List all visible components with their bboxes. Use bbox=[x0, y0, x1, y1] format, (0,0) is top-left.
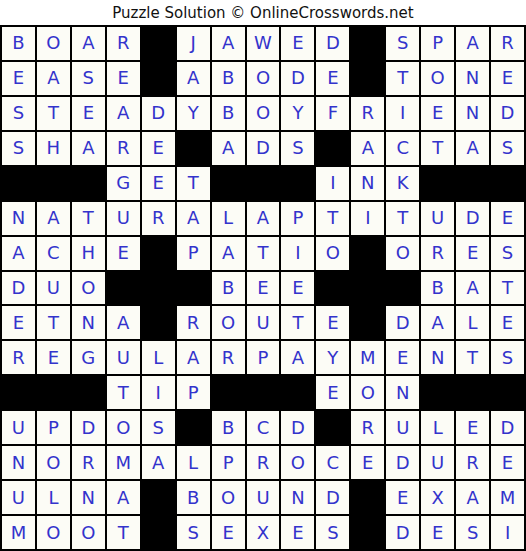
block-cell-r12c10 bbox=[316, 411, 349, 444]
block-cell-r15c11 bbox=[351, 516, 384, 549]
letter-cell-r1c10: D bbox=[316, 27, 349, 60]
letter-cell-r10c8: P bbox=[247, 341, 280, 374]
letter-cell-r6c5: R bbox=[142, 202, 175, 235]
letter-cell-r13c11: E bbox=[351, 446, 384, 479]
letter-cell-r9c1: E bbox=[2, 306, 35, 339]
letter-cell-r2c9: D bbox=[281, 62, 314, 95]
block-cell-r9c11 bbox=[351, 306, 384, 339]
block-cell-r11c2 bbox=[37, 376, 70, 409]
letter-cell-r4c3: A bbox=[72, 132, 105, 165]
block-cell-r7c5 bbox=[142, 237, 175, 270]
letter-cell-r14c8: U bbox=[247, 481, 280, 514]
letter-cell-r1c3: A bbox=[72, 27, 105, 60]
letter-cell-r6c3: T bbox=[72, 202, 105, 235]
letter-cell-r13c7: P bbox=[212, 446, 245, 479]
page-title: Puzzle Solution © OnlineCrosswords.net bbox=[112, 4, 413, 22]
letter-cell-r7c12: O bbox=[386, 237, 419, 270]
letter-cell-r5c12: K bbox=[386, 167, 419, 200]
letter-cell-r3c15: D bbox=[491, 97, 524, 130]
letter-cell-r10c6: A bbox=[177, 341, 210, 374]
letter-cell-r1c8: W bbox=[247, 27, 280, 60]
letter-cell-r15c10: S bbox=[316, 516, 349, 549]
letter-cell-r15c9: E bbox=[281, 516, 314, 549]
letter-cell-r15c4: T bbox=[107, 516, 140, 549]
letter-cell-r3c1: S bbox=[2, 97, 35, 130]
letter-cell-r12c8: C bbox=[247, 411, 280, 444]
letter-cell-r14c6: B bbox=[177, 481, 210, 514]
letter-cell-r6c13: U bbox=[421, 202, 454, 235]
block-cell-r5c2 bbox=[37, 167, 70, 200]
letter-cell-r10c12: E bbox=[386, 341, 419, 374]
letter-cell-r8c9: E bbox=[281, 272, 314, 305]
letter-cell-r10c14: T bbox=[456, 341, 489, 374]
block-cell-r7c11 bbox=[351, 237, 384, 270]
block-cell-r8c5 bbox=[142, 272, 175, 305]
letter-cell-r9c15: E bbox=[491, 306, 524, 339]
letter-cell-r9c2: T bbox=[37, 306, 70, 339]
block-cell-r5c15 bbox=[491, 167, 524, 200]
block-cell-r14c5 bbox=[142, 481, 175, 514]
block-cell-r8c12 bbox=[386, 272, 419, 305]
letter-cell-r1c13: P bbox=[421, 27, 454, 60]
letter-cell-r1c14: A bbox=[456, 27, 489, 60]
block-cell-r11c15 bbox=[491, 376, 524, 409]
letter-cell-r4c5: E bbox=[142, 132, 175, 165]
letter-cell-r6c11: I bbox=[351, 202, 384, 235]
letter-cell-r14c9: N bbox=[281, 481, 314, 514]
letter-cell-r9c3: N bbox=[72, 306, 105, 339]
letter-cell-r13c2: O bbox=[37, 446, 70, 479]
letter-cell-r6c10: T bbox=[316, 202, 349, 235]
letter-cell-r1c4: R bbox=[107, 27, 140, 60]
letter-cell-r14c4: A bbox=[107, 481, 140, 514]
letter-cell-r10c2: E bbox=[37, 341, 70, 374]
letter-cell-r10c1: R bbox=[2, 341, 35, 374]
letter-cell-r2c7: B bbox=[212, 62, 245, 95]
letter-cell-r9c13: A bbox=[421, 306, 454, 339]
letter-cell-r3c5: D bbox=[142, 97, 175, 130]
letter-cell-r1c9: E bbox=[281, 27, 314, 60]
letter-cell-r14c14: A bbox=[456, 481, 489, 514]
block-cell-r8c10 bbox=[316, 272, 349, 305]
letter-cell-r2c8: O bbox=[247, 62, 280, 95]
letter-cell-r15c15: I bbox=[491, 516, 524, 549]
letter-cell-r12c7: B bbox=[212, 411, 245, 444]
letter-cell-r4c4: R bbox=[107, 132, 140, 165]
letter-cell-r13c3: R bbox=[72, 446, 105, 479]
letter-cell-r7c15: S bbox=[491, 237, 524, 270]
letter-cell-r6c6: A bbox=[177, 202, 210, 235]
letter-cell-r4c12: C bbox=[386, 132, 419, 165]
letter-cell-r14c1: U bbox=[2, 481, 35, 514]
letter-cell-r1c15: R bbox=[491, 27, 524, 60]
letter-cell-r2c2: A bbox=[37, 62, 70, 95]
letter-cell-r2c10: E bbox=[316, 62, 349, 95]
letter-cell-r4c13: T bbox=[421, 132, 454, 165]
letter-cell-r10c7: R bbox=[212, 341, 245, 374]
block-cell-r11c8 bbox=[247, 376, 280, 409]
block-cell-r5c3 bbox=[72, 167, 105, 200]
letter-cell-r3c7: B bbox=[212, 97, 245, 130]
letter-cell-r10c3: G bbox=[72, 341, 105, 374]
letter-cell-r7c3: H bbox=[72, 237, 105, 270]
letter-cell-r14c12: E bbox=[386, 481, 419, 514]
letter-cell-r9c7: O bbox=[212, 306, 245, 339]
letter-cell-r2c6: A bbox=[177, 62, 210, 95]
letter-cell-r15c3: O bbox=[72, 516, 105, 549]
letter-cell-r3c13: E bbox=[421, 97, 454, 130]
letter-cell-r1c7: A bbox=[212, 27, 245, 60]
block-cell-r5c8 bbox=[247, 167, 280, 200]
letter-cell-r3c10: F bbox=[316, 97, 349, 130]
crossword-grid: BOARJAWEDSPAREASEABODETONESTEADYBOYFRIEN… bbox=[0, 25, 526, 551]
letter-cell-r13c13: U bbox=[421, 446, 454, 479]
letter-cell-r14c2: L bbox=[37, 481, 70, 514]
letter-cell-r8c15: T bbox=[491, 272, 524, 305]
letter-cell-r14c7: O bbox=[212, 481, 245, 514]
letter-cell-r2c1: E bbox=[2, 62, 35, 95]
letter-cell-r14c15: M bbox=[491, 481, 524, 514]
letter-cell-r15c2: O bbox=[37, 516, 70, 549]
letter-cell-r15c14: S bbox=[456, 516, 489, 549]
letter-cell-r10c5: L bbox=[142, 341, 175, 374]
letter-cell-r15c7: E bbox=[212, 516, 245, 549]
letter-cell-r7c2: C bbox=[37, 237, 70, 270]
letter-cell-r2c4: E bbox=[107, 62, 140, 95]
letter-cell-r12c4: O bbox=[107, 411, 140, 444]
block-cell-r11c9 bbox=[281, 376, 314, 409]
letter-cell-r4c2: H bbox=[37, 132, 70, 165]
letter-cell-r15c1: M bbox=[2, 516, 35, 549]
letter-cell-r1c12: S bbox=[386, 27, 419, 60]
letter-cell-r4c9: S bbox=[281, 132, 314, 165]
letter-cell-r6c12: T bbox=[386, 202, 419, 235]
letter-cell-r13c1: N bbox=[2, 446, 35, 479]
letter-cell-r11c11: O bbox=[351, 376, 384, 409]
letter-cell-r4c8: D bbox=[247, 132, 280, 165]
letter-cell-r9c6: R bbox=[177, 306, 210, 339]
letter-cell-r8c1: D bbox=[2, 272, 35, 305]
letter-cell-r2c15: E bbox=[491, 62, 524, 95]
letter-cell-r14c3: N bbox=[72, 481, 105, 514]
block-cell-r1c5 bbox=[142, 27, 175, 60]
letter-cell-r8c7: B bbox=[212, 272, 245, 305]
letter-cell-r10c13: N bbox=[421, 341, 454, 374]
block-cell-r2c11 bbox=[351, 62, 384, 95]
letter-cell-r15c12: D bbox=[386, 516, 419, 549]
letter-cell-r12c1: U bbox=[2, 411, 35, 444]
letter-cell-r14c13: X bbox=[421, 481, 454, 514]
letter-cell-r14c10: D bbox=[316, 481, 349, 514]
letter-cell-r6c2: A bbox=[37, 202, 70, 235]
letter-cell-r12c11: R bbox=[351, 411, 384, 444]
letter-cell-r7c13: R bbox=[421, 237, 454, 270]
letter-cell-r10c9: A bbox=[281, 341, 314, 374]
letter-cell-r4c15: S bbox=[491, 132, 524, 165]
block-cell-r5c7 bbox=[212, 167, 245, 200]
letter-cell-r4c14: A bbox=[456, 132, 489, 165]
letter-cell-r5c11: N bbox=[351, 167, 384, 200]
letter-cell-r13c5: A bbox=[142, 446, 175, 479]
letter-cell-r8c3: O bbox=[72, 272, 105, 305]
letter-cell-r9c4: A bbox=[107, 306, 140, 339]
letter-cell-r9c14: L bbox=[456, 306, 489, 339]
letter-cell-r13c9: O bbox=[281, 446, 314, 479]
letter-cell-r6c15: E bbox=[491, 202, 524, 235]
letter-cell-r3c14: N bbox=[456, 97, 489, 130]
letter-cell-r11c5: I bbox=[142, 376, 175, 409]
letter-cell-r13c14: R bbox=[456, 446, 489, 479]
letter-cell-r13c15: E bbox=[491, 446, 524, 479]
letter-cell-r12c5: S bbox=[142, 411, 175, 444]
letter-cell-r7c10: O bbox=[316, 237, 349, 270]
puzzle-solution-page: Puzzle Solution © OnlineCrosswords.net B… bbox=[0, 0, 526, 551]
letter-cell-r13c10: C bbox=[316, 446, 349, 479]
letter-cell-r15c6: S bbox=[177, 516, 210, 549]
block-cell-r2c5 bbox=[142, 62, 175, 95]
block-cell-r5c1 bbox=[2, 167, 35, 200]
letter-cell-r11c10: E bbox=[316, 376, 349, 409]
block-cell-r15c5 bbox=[142, 516, 175, 549]
block-cell-r5c13 bbox=[421, 167, 454, 200]
letter-cell-r9c12: D bbox=[386, 306, 419, 339]
block-cell-r11c13 bbox=[421, 376, 454, 409]
letter-cell-r1c2: O bbox=[37, 27, 70, 60]
block-cell-r8c6 bbox=[177, 272, 210, 305]
block-cell-r11c14 bbox=[456, 376, 489, 409]
block-cell-r9c5 bbox=[142, 306, 175, 339]
title-bar: Puzzle Solution © OnlineCrosswords.net bbox=[0, 0, 526, 25]
letter-cell-r2c12: T bbox=[386, 62, 419, 95]
letter-cell-r12c12: U bbox=[386, 411, 419, 444]
letter-cell-r3c2: T bbox=[37, 97, 70, 130]
letter-cell-r7c6: P bbox=[177, 237, 210, 270]
letter-cell-r8c2: U bbox=[37, 272, 70, 305]
letter-cell-r9c8: U bbox=[247, 306, 280, 339]
letter-cell-r5c5: E bbox=[142, 167, 175, 200]
block-cell-r12c6 bbox=[177, 411, 210, 444]
block-cell-r5c14 bbox=[456, 167, 489, 200]
letter-cell-r6c14: D bbox=[456, 202, 489, 235]
block-cell-r5c9 bbox=[281, 167, 314, 200]
letter-cell-r12c9: D bbox=[281, 411, 314, 444]
letter-cell-r2c3: S bbox=[72, 62, 105, 95]
letter-cell-r3c8: O bbox=[247, 97, 280, 130]
letter-cell-r3c4: A bbox=[107, 97, 140, 130]
letter-cell-r6c1: N bbox=[2, 202, 35, 235]
letter-cell-r6c4: U bbox=[107, 202, 140, 235]
letter-cell-r11c6: P bbox=[177, 376, 210, 409]
letter-cell-r5c10: I bbox=[316, 167, 349, 200]
letter-cell-r4c11: A bbox=[351, 132, 384, 165]
letter-cell-r11c12: N bbox=[386, 376, 419, 409]
letter-cell-r10c10: Y bbox=[316, 341, 349, 374]
letter-cell-r5c6: T bbox=[177, 167, 210, 200]
block-cell-r4c6 bbox=[177, 132, 210, 165]
letter-cell-r3c11: R bbox=[351, 97, 384, 130]
letter-cell-r11c4: T bbox=[107, 376, 140, 409]
letter-cell-r6c9: P bbox=[281, 202, 314, 235]
letter-cell-r3c6: Y bbox=[177, 97, 210, 130]
letter-cell-r15c8: X bbox=[247, 516, 280, 549]
letter-cell-r13c12: D bbox=[386, 446, 419, 479]
letter-cell-r2c14: N bbox=[456, 62, 489, 95]
letter-cell-r15c13: E bbox=[421, 516, 454, 549]
letter-cell-r12c2: P bbox=[37, 411, 70, 444]
letter-cell-r10c15: S bbox=[491, 341, 524, 374]
block-cell-r4c10 bbox=[316, 132, 349, 165]
letter-cell-r13c6: L bbox=[177, 446, 210, 479]
letter-cell-r8c8: E bbox=[247, 272, 280, 305]
letter-cell-r12c13: L bbox=[421, 411, 454, 444]
block-cell-r11c3 bbox=[72, 376, 105, 409]
letter-cell-r3c12: I bbox=[386, 97, 419, 130]
letter-cell-r6c7: L bbox=[212, 202, 245, 235]
letter-cell-r7c9: I bbox=[281, 237, 314, 270]
letter-cell-r8c14: A bbox=[456, 272, 489, 305]
letter-cell-r12c3: D bbox=[72, 411, 105, 444]
letter-cell-r6c8: A bbox=[247, 202, 280, 235]
letter-cell-r3c9: Y bbox=[281, 97, 314, 130]
letter-cell-r5c4: G bbox=[107, 167, 140, 200]
block-cell-r11c1 bbox=[2, 376, 35, 409]
letter-cell-r7c1: A bbox=[2, 237, 35, 270]
block-cell-r8c11 bbox=[351, 272, 384, 305]
letter-cell-r4c1: S bbox=[2, 132, 35, 165]
letter-cell-r9c9: T bbox=[281, 306, 314, 339]
block-cell-r11c7 bbox=[212, 376, 245, 409]
letter-cell-r13c8: R bbox=[247, 446, 280, 479]
letter-cell-r7c4: E bbox=[107, 237, 140, 270]
letter-cell-r12c15: D bbox=[491, 411, 524, 444]
letter-cell-r13c4: M bbox=[107, 446, 140, 479]
letter-cell-r9c10: E bbox=[316, 306, 349, 339]
letter-cell-r8c13: B bbox=[421, 272, 454, 305]
letter-cell-r10c4: U bbox=[107, 341, 140, 374]
letter-cell-r1c1: B bbox=[2, 27, 35, 60]
letter-cell-r2c13: O bbox=[421, 62, 454, 95]
letter-cell-r7c14: E bbox=[456, 237, 489, 270]
letter-cell-r7c7: A bbox=[212, 237, 245, 270]
block-cell-r14c11 bbox=[351, 481, 384, 514]
block-cell-r1c11 bbox=[351, 27, 384, 60]
letter-cell-r4c7: A bbox=[212, 132, 245, 165]
letter-cell-r7c8: T bbox=[247, 237, 280, 270]
letter-cell-r3c3: E bbox=[72, 97, 105, 130]
letter-cell-r10c11: M bbox=[351, 341, 384, 374]
block-cell-r8c4 bbox=[107, 272, 140, 305]
letter-cell-r12c14: E bbox=[456, 411, 489, 444]
letter-cell-r1c6: J bbox=[177, 27, 210, 60]
